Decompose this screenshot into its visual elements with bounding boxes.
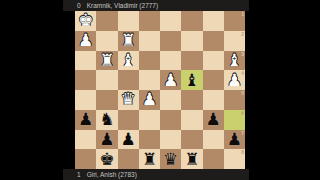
square-b4[interactable] <box>203 70 224 90</box>
square-h2[interactable]: ♟ <box>75 31 96 51</box>
square-g7[interactable]: ♟ <box>96 130 117 150</box>
square-h7[interactable] <box>75 130 96 150</box>
rank-label-5: 5 <box>241 90 244 96</box>
white-king[interactable]: ♚ <box>78 12 93 29</box>
video-frame: 0 Kramnik, Vladimir (2777) ♚1♟♜2♜♝♝3♟♝♟4… <box>0 0 320 180</box>
square-d4[interactable]: ♟ <box>160 70 181 90</box>
square-h1[interactable]: ♚ <box>75 11 96 31</box>
square-a4[interactable]: ♟4 <box>224 70 245 90</box>
rank-label-2: 2 <box>241 31 244 37</box>
square-h3[interactable] <box>75 51 96 71</box>
square-f8[interactable] <box>118 149 139 169</box>
square-a6[interactable]: 6 <box>224 110 245 130</box>
square-d3[interactable] <box>160 51 181 71</box>
white-bishop[interactable]: ♝ <box>121 51 136 68</box>
square-g6[interactable]: ♞ <box>96 110 117 130</box>
black-pawn[interactable]: ♟ <box>206 111 221 128</box>
chess-board[interactable]: ♚1♟♜2♜♝♝3♟♝♟4♛♟5♟♞♟6♟♟♟7♚♜♛♜8 <box>75 11 245 169</box>
square-g2[interactable] <box>96 31 117 51</box>
square-d8[interactable]: ♛ <box>160 149 181 169</box>
square-e6[interactable] <box>139 110 160 130</box>
square-g1[interactable] <box>96 11 117 31</box>
square-f1[interactable] <box>118 11 139 31</box>
square-b7[interactable] <box>203 130 224 150</box>
square-h6[interactable]: ♟ <box>75 110 96 130</box>
square-a2[interactable]: 2 <box>224 31 245 51</box>
square-h8[interactable] <box>75 149 96 169</box>
rank-label-8: 8 <box>241 149 244 155</box>
square-d6[interactable] <box>160 110 181 130</box>
square-c8[interactable]: ♜ <box>181 149 202 169</box>
square-g3[interactable]: ♜ <box>96 51 117 71</box>
square-a8[interactable]: 8 <box>224 149 245 169</box>
square-b3[interactable] <box>203 51 224 71</box>
black-pawn[interactable]: ♟ <box>227 130 242 147</box>
bottom-player-score: 1 <box>77 169 81 180</box>
square-d7[interactable] <box>160 130 181 150</box>
square-a1[interactable]: 1 <box>224 11 245 31</box>
black-queen[interactable]: ♛ <box>163 150 178 167</box>
square-f3[interactable]: ♝ <box>118 51 139 71</box>
square-c3[interactable] <box>181 51 202 71</box>
square-f5[interactable]: ♛ <box>118 90 139 110</box>
square-f2[interactable]: ♜ <box>118 31 139 51</box>
square-c4[interactable]: ♝ <box>181 70 202 90</box>
black-pawn[interactable]: ♟ <box>99 130 114 147</box>
square-b8[interactable] <box>203 149 224 169</box>
black-knight[interactable]: ♞ <box>99 111 114 128</box>
square-g8[interactable]: ♚ <box>96 149 117 169</box>
square-c5[interactable] <box>181 90 202 110</box>
square-c2[interactable] <box>181 31 202 51</box>
square-h4[interactable] <box>75 70 96 90</box>
top-player-name: Kramnik, Vladimir (2777) <box>87 0 159 11</box>
white-pawn[interactable]: ♟ <box>163 71 178 88</box>
square-h5[interactable] <box>75 90 96 110</box>
square-c1[interactable] <box>181 11 202 31</box>
square-d2[interactable] <box>160 31 181 51</box>
square-b5[interactable] <box>203 90 224 110</box>
square-c6[interactable] <box>181 110 202 130</box>
square-e3[interactable] <box>139 51 160 71</box>
bottom-player-bar: 1 Giri, Anish (2783) <box>63 169 249 180</box>
white-pawn[interactable]: ♟ <box>78 32 93 49</box>
square-b2[interactable] <box>203 31 224 51</box>
white-pawn[interactable]: ♟ <box>142 91 157 108</box>
square-a3[interactable]: ♝3 <box>224 51 245 71</box>
square-e4[interactable] <box>139 70 160 90</box>
square-d1[interactable] <box>160 11 181 31</box>
square-e5[interactable]: ♟ <box>139 90 160 110</box>
black-bishop[interactable]: ♝ <box>184 71 199 88</box>
square-g5[interactable] <box>96 90 117 110</box>
square-b1[interactable] <box>203 11 224 31</box>
square-f4[interactable] <box>118 70 139 90</box>
square-g4[interactable] <box>96 70 117 90</box>
square-b6[interactable]: ♟ <box>203 110 224 130</box>
rank-label-6: 6 <box>241 110 244 116</box>
black-king[interactable]: ♚ <box>99 150 114 167</box>
white-rook[interactable]: ♜ <box>121 32 136 49</box>
black-pawn[interactable]: ♟ <box>78 111 93 128</box>
square-f7[interactable]: ♟ <box>118 130 139 150</box>
white-rook[interactable]: ♜ <box>99 51 114 68</box>
black-rook[interactable]: ♜ <box>184 150 199 167</box>
black-rook[interactable]: ♜ <box>142 150 157 167</box>
square-e8[interactable]: ♜ <box>139 149 160 169</box>
white-pawn[interactable]: ♟ <box>227 71 242 88</box>
square-a5[interactable]: 5 <box>224 90 245 110</box>
square-a7[interactable]: ♟7 <box>224 130 245 150</box>
white-queen[interactable]: ♛ <box>121 91 136 108</box>
white-bishop[interactable]: ♝ <box>227 51 242 68</box>
square-f6[interactable] <box>118 110 139 130</box>
bottom-player-name: Giri, Anish (2783) <box>87 169 137 180</box>
black-pawn[interactable]: ♟ <box>121 130 136 147</box>
square-e2[interactable] <box>139 31 160 51</box>
square-e1[interactable] <box>139 11 160 31</box>
square-e7[interactable] <box>139 130 160 150</box>
square-c7[interactable] <box>181 130 202 150</box>
square-d5[interactable] <box>160 90 181 110</box>
rank-label-1: 1 <box>241 11 244 17</box>
